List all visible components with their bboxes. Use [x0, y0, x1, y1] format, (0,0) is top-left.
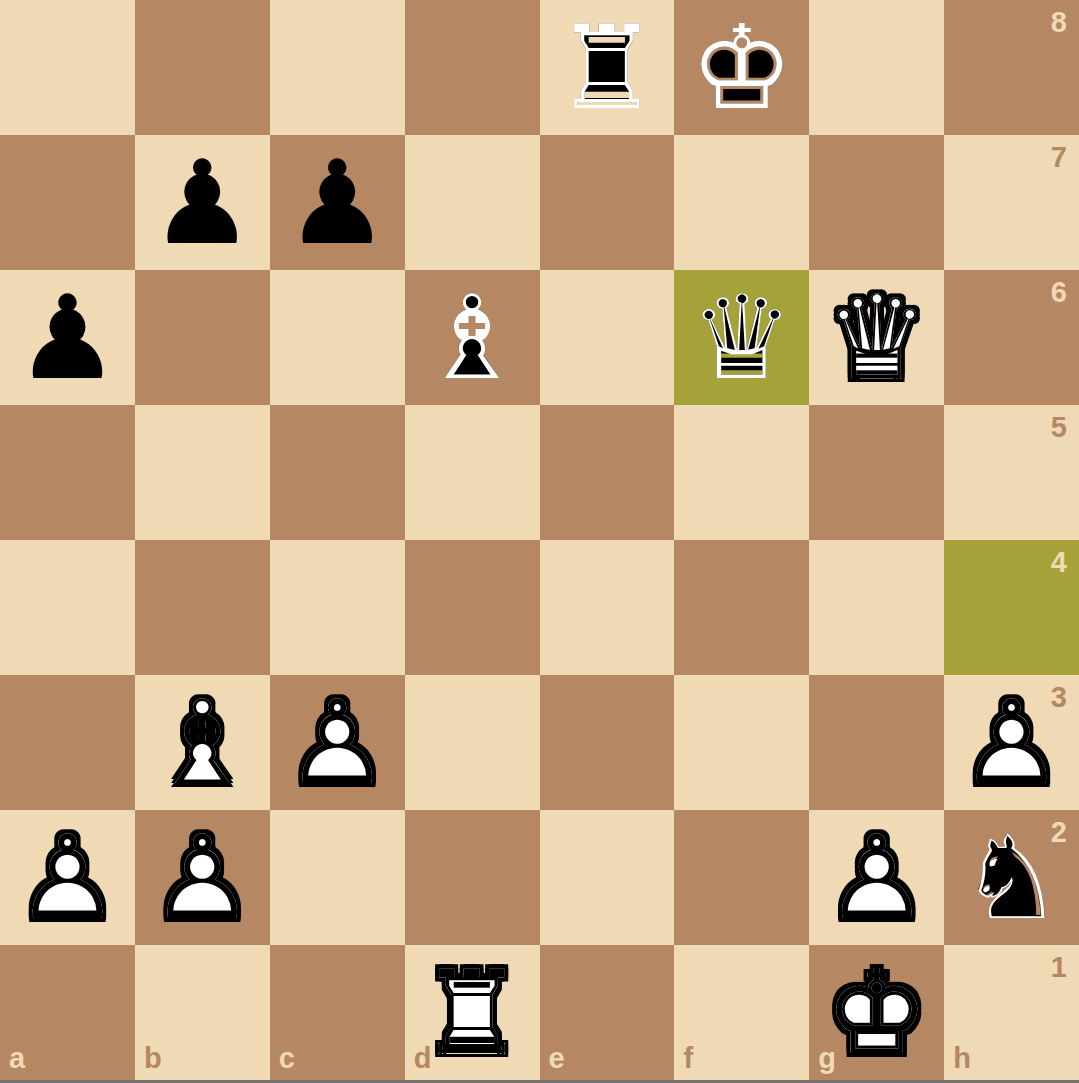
square-b2[interactable]: ♟♙ [135, 810, 270, 945]
square-e2[interactable] [540, 810, 675, 945]
square-a8[interactable] [0, 0, 135, 135]
piece-black-queen[interactable]: ♛♕ [674, 270, 809, 405]
white-king-detail-glyph: ♔ [809, 945, 944, 1080]
file-label-e: e [549, 1044, 565, 1073]
piece-black-pawn[interactable]: ♟ [270, 135, 405, 270]
square-c8[interactable] [270, 0, 405, 135]
square-f8[interactable]: ♚♔ [674, 0, 809, 135]
square-c2[interactable] [270, 810, 405, 945]
square-c4[interactable] [270, 540, 405, 675]
square-b4[interactable] [135, 540, 270, 675]
square-c5[interactable] [270, 405, 405, 540]
rank-label-7: 7 [1051, 143, 1067, 172]
white-pawn-detail-glyph: ♙ [0, 810, 135, 945]
square-e4[interactable] [540, 540, 675, 675]
square-c6[interactable] [270, 270, 405, 405]
white-pawn-detail-glyph: ♙ [270, 675, 405, 810]
square-e6[interactable] [540, 270, 675, 405]
square-h8[interactable]: 8 [944, 0, 1079, 135]
piece-black-pawn[interactable]: ♟ [0, 270, 135, 405]
square-g2[interactable]: ♟♙ [809, 810, 944, 945]
white-rook-detail-glyph: ♖ [405, 945, 540, 1080]
square-b3[interactable]: ♝♗ [135, 675, 270, 810]
square-h6[interactable]: 6 [944, 270, 1079, 405]
piece-white-pawn[interactable]: ♟♙ [944, 675, 1079, 810]
square-h7[interactable]: 7 [944, 135, 1079, 270]
piece-white-rook[interactable]: ♜♖ [405, 945, 540, 1080]
square-d5[interactable] [405, 405, 540, 540]
square-d3[interactable] [405, 675, 540, 810]
piece-white-pawn[interactable]: ♟♙ [0, 810, 135, 945]
square-c1[interactable]: c [270, 945, 405, 1080]
square-d4[interactable] [405, 540, 540, 675]
square-a2[interactable]: ♟♙ [0, 810, 135, 945]
square-f2[interactable] [674, 810, 809, 945]
black-king-detail-glyph: ♔ [674, 0, 809, 135]
square-h1[interactable]: 1h [944, 945, 1079, 1080]
piece-white-pawn[interactable]: ♟♙ [135, 810, 270, 945]
file-label-a: a [9, 1044, 25, 1073]
white-bishop-detail-glyph: ♗ [135, 675, 270, 810]
white-pawn-detail-glyph: ♙ [944, 675, 1079, 810]
black-bishop-detail-glyph: ♗ [405, 270, 540, 405]
square-h4[interactable]: 4 [944, 540, 1079, 675]
square-g5[interactable] [809, 405, 944, 540]
rank-label-8: 8 [1051, 8, 1067, 37]
square-a5[interactable] [0, 405, 135, 540]
white-queen-detail-glyph: ♕ [809, 270, 944, 405]
black-knight-detail-glyph: ♘ [944, 810, 1079, 945]
square-h5[interactable]: 5 [944, 405, 1079, 540]
file-label-b: b [144, 1044, 162, 1073]
square-e5[interactable] [540, 405, 675, 540]
square-g8[interactable] [809, 0, 944, 135]
square-g4[interactable] [809, 540, 944, 675]
square-h3[interactable]: 3♟♙ [944, 675, 1079, 810]
black-pawn-glyph: ♟ [135, 135, 270, 270]
square-f4[interactable] [674, 540, 809, 675]
rank-label-1: 1 [1051, 953, 1067, 982]
file-label-c: c [279, 1044, 295, 1073]
square-a3[interactable] [0, 675, 135, 810]
square-a6[interactable]: ♟ [0, 270, 135, 405]
square-f3[interactable] [674, 675, 809, 810]
piece-black-knight[interactable]: ♞♘ [944, 810, 1079, 945]
square-f7[interactable] [674, 135, 809, 270]
rank-label-5: 5 [1051, 413, 1067, 442]
square-b6[interactable] [135, 270, 270, 405]
white-pawn-detail-glyph: ♙ [809, 810, 944, 945]
piece-black-king[interactable]: ♚♔ [674, 0, 809, 135]
piece-white-king[interactable]: ♚♔ [809, 945, 944, 1080]
black-pawn-glyph: ♟ [0, 270, 135, 405]
square-g1[interactable]: g♚♔ [809, 945, 944, 1080]
square-d8[interactable] [405, 0, 540, 135]
square-a7[interactable] [0, 135, 135, 270]
square-e1[interactable]: e [540, 945, 675, 1080]
square-f6[interactable]: ♛♕ [674, 270, 809, 405]
square-d2[interactable] [405, 810, 540, 945]
square-e3[interactable] [540, 675, 675, 810]
square-d7[interactable] [405, 135, 540, 270]
piece-black-rook[interactable]: ♜♖ [540, 0, 675, 135]
file-label-h: h [953, 1044, 971, 1073]
square-e7[interactable] [540, 135, 675, 270]
square-b7[interactable]: ♟ [135, 135, 270, 270]
file-label-f: f [683, 1044, 693, 1073]
piece-white-pawn[interactable]: ♟♙ [270, 675, 405, 810]
square-a4[interactable] [0, 540, 135, 675]
piece-white-queen[interactable]: ♛♕ [809, 270, 944, 405]
square-d6[interactable]: ♝♗ [405, 270, 540, 405]
square-c3[interactable]: ♟♙ [270, 675, 405, 810]
square-f5[interactable] [674, 405, 809, 540]
piece-white-pawn[interactable]: ♟♙ [809, 810, 944, 945]
square-b5[interactable] [135, 405, 270, 540]
white-pawn-detail-glyph: ♙ [135, 810, 270, 945]
rank-label-6: 6 [1051, 278, 1067, 307]
piece-black-bishop[interactable]: ♝♗ [405, 270, 540, 405]
black-queen-detail-glyph: ♕ [674, 270, 809, 405]
square-h2[interactable]: 2♞♘ [944, 810, 1079, 945]
piece-white-bishop[interactable]: ♝♗ [135, 675, 270, 810]
black-pawn-glyph: ♟ [270, 135, 405, 270]
rank-label-4: 4 [1051, 548, 1067, 577]
square-g7[interactable] [809, 135, 944, 270]
square-d1[interactable]: d♜♖ [405, 945, 540, 1080]
square-e8[interactable]: ♜♖ [540, 0, 675, 135]
square-a1[interactable]: a [0, 945, 135, 1080]
black-rook-detail-glyph: ♖ [540, 0, 675, 135]
square-g6[interactable]: ♛♕ [809, 270, 944, 405]
piece-black-pawn[interactable]: ♟ [135, 135, 270, 270]
square-b8[interactable] [135, 0, 270, 135]
chess-board: ♜♖♚♔8♟♟7♟♝♗♛♕♛♕654♝♗♟♙3♟♙♟♙♟♙♟♙2♞♘abcd♜♖… [0, 0, 1079, 1080]
square-f1[interactable]: f [674, 945, 809, 1080]
square-g3[interactable] [809, 675, 944, 810]
square-c7[interactable]: ♟ [270, 135, 405, 270]
square-b1[interactable]: b [135, 945, 270, 1080]
